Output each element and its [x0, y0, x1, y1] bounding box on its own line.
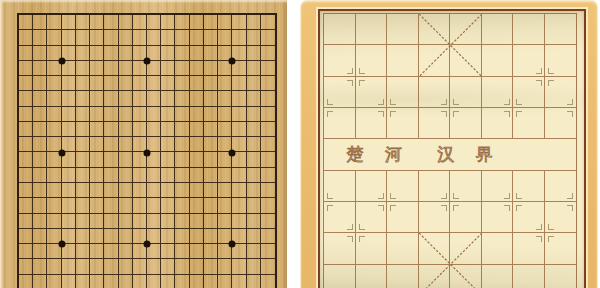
go-intersection-cell[interactable]	[62, 198, 76, 213]
go-intersection-cell[interactable]	[62, 183, 76, 198]
go-intersection-cell[interactable]	[161, 152, 175, 167]
go-intersection-cell[interactable]	[119, 152, 133, 167]
go-intersection-cell[interactable]	[247, 15, 261, 30]
go-intersection-cell[interactable]	[161, 137, 175, 152]
go-intersection-cell[interactable]	[175, 91, 189, 106]
xiangqi-cell[interactable]	[324, 265, 356, 288]
go-intersection-cell[interactable]	[133, 214, 147, 229]
go-intersection-cell[interactable]	[76, 214, 90, 229]
go-intersection-cell[interactable]	[261, 15, 275, 30]
go-intersection-cell[interactable]	[232, 259, 246, 274]
go-intersection-cell[interactable]	[204, 275, 218, 288]
go-intersection-cell[interactable]	[161, 15, 175, 30]
go-intersection-cell[interactable]	[247, 244, 261, 259]
go-intersection-cell[interactable]	[19, 275, 33, 288]
go-intersection-cell[interactable]	[190, 91, 204, 106]
go-intersection-cell[interactable]	[175, 46, 189, 61]
go-intersection-cell[interactable]	[147, 259, 161, 274]
go-intersection-cell[interactable]	[261, 229, 275, 244]
go-intersection-cell[interactable]	[175, 275, 189, 288]
go-intersection-cell[interactable]	[204, 46, 218, 61]
go-intersection-cell[interactable]	[62, 91, 76, 106]
go-intersection-cell[interactable]	[119, 76, 133, 91]
xiangqi-cell[interactable]	[482, 45, 514, 76]
go-intersection-cell[interactable]	[190, 61, 204, 76]
go-intersection-cell[interactable]	[190, 275, 204, 288]
go-intersection-cell[interactable]	[232, 30, 246, 45]
go-intersection-cell[interactable]	[261, 91, 275, 106]
go-intersection-cell[interactable]	[76, 152, 90, 167]
go-intersection-cell[interactable]	[33, 76, 47, 91]
go-intersection-cell[interactable]	[33, 107, 47, 122]
xiangqi-cell[interactable]	[324, 14, 356, 45]
go-intersection-cell[interactable]	[19, 30, 33, 45]
go-intersection-cell[interactable]	[247, 214, 261, 229]
go-intersection-cell[interactable]	[90, 244, 104, 259]
go-intersection-cell[interactable]	[175, 259, 189, 274]
go-intersection-cell[interactable]	[147, 275, 161, 288]
go-intersection-cell[interactable]	[76, 244, 90, 259]
xiangqi-cell[interactable]	[387, 233, 419, 264]
go-intersection-cell[interactable]	[232, 183, 246, 198]
go-intersection-cell[interactable]	[76, 46, 90, 61]
go-intersection-cell[interactable]	[19, 107, 33, 122]
go-intersection-cell[interactable]	[204, 137, 218, 152]
go-intersection-cell[interactable]	[232, 168, 246, 183]
go-intersection-cell[interactable]	[218, 122, 232, 137]
go-intersection-cell[interactable]	[33, 15, 47, 30]
go-intersection-cell[interactable]	[90, 30, 104, 45]
go-intersection-cell[interactable]	[19, 137, 33, 152]
go-intersection-cell[interactable]	[161, 30, 175, 45]
go-intersection-cell[interactable]	[261, 244, 275, 259]
go-intersection-cell[interactable]	[190, 229, 204, 244]
go-intersection-cell[interactable]	[76, 76, 90, 91]
go-intersection-cell[interactable]	[190, 152, 204, 167]
go-intersection-cell[interactable]	[147, 168, 161, 183]
go-intersection-cell[interactable]	[175, 30, 189, 45]
xiangqi-board[interactable]: 楚 河 汉 界	[300, 0, 598, 288]
go-intersection-cell[interactable]	[90, 259, 104, 274]
go-intersection-cell[interactable]	[175, 122, 189, 137]
go-intersection-cell[interactable]	[218, 259, 232, 274]
go-intersection-cell[interactable]	[119, 198, 133, 213]
go-intersection-cell[interactable]	[62, 15, 76, 30]
go-intersection-cell[interactable]	[161, 46, 175, 61]
go-intersection-cell[interactable]	[62, 168, 76, 183]
go-intersection-cell[interactable]	[90, 152, 104, 167]
go-intersection-cell[interactable]	[104, 30, 118, 45]
go-intersection-cell[interactable]	[261, 122, 275, 137]
go-intersection-cell[interactable]	[133, 259, 147, 274]
go-intersection-cell[interactable]	[190, 107, 204, 122]
go-intersection-cell[interactable]	[147, 30, 161, 45]
go-intersection-cell[interactable]	[62, 30, 76, 45]
go-intersection-cell[interactable]	[119, 46, 133, 61]
go-intersection-cell[interactable]	[261, 61, 275, 76]
go-intersection-cell[interactable]	[133, 168, 147, 183]
xiangqi-grid[interactable]: 楚 河 汉 界	[323, 13, 577, 288]
go-intersection-cell[interactable]	[232, 15, 246, 30]
xiangqi-cell[interactable]	[482, 14, 514, 45]
go-intersection-cell[interactable]	[190, 168, 204, 183]
go-intersection-cell[interactable]	[90, 137, 104, 152]
xiangqi-cell[interactable]	[482, 233, 514, 264]
go-intersection-cell[interactable]	[90, 46, 104, 61]
go-intersection-cell[interactable]	[147, 183, 161, 198]
go-intersection-cell[interactable]	[161, 61, 175, 76]
go-intersection-cell[interactable]	[161, 168, 175, 183]
go-intersection-cell[interactable]	[204, 30, 218, 45]
go-intersection-cell[interactable]	[204, 107, 218, 122]
go-intersection-cell[interactable]	[232, 275, 246, 288]
go-intersection-cell[interactable]	[161, 122, 175, 137]
go-intersection-cell[interactable]	[261, 152, 275, 167]
go-intersection-cell[interactable]	[119, 107, 133, 122]
go-intersection-cell[interactable]	[175, 137, 189, 152]
go-intersection-cell[interactable]	[247, 183, 261, 198]
go-intersection-cell[interactable]	[190, 46, 204, 61]
go-intersection-cell[interactable]	[47, 183, 61, 198]
go-intersection-cell[interactable]	[175, 15, 189, 30]
go-intersection-cell[interactable]	[119, 214, 133, 229]
go-intersection-cell[interactable]	[119, 259, 133, 274]
go-intersection-cell[interactable]	[161, 198, 175, 213]
go-intersection-cell[interactable]	[204, 76, 218, 91]
go-intersection-cell[interactable]	[19, 198, 33, 213]
go-intersection-cell[interactable]	[104, 91, 118, 106]
go-intersection-cell[interactable]	[190, 76, 204, 91]
go-intersection-cell[interactable]	[33, 61, 47, 76]
go-intersection-cell[interactable]	[232, 122, 246, 137]
go-intersection-cell[interactable]	[47, 91, 61, 106]
go-intersection-cell[interactable]	[119, 183, 133, 198]
go-intersection-cell[interactable]	[190, 214, 204, 229]
go-intersection-cell[interactable]	[247, 198, 261, 213]
go-intersection-cell[interactable]	[76, 30, 90, 45]
go-intersection-cell[interactable]	[47, 275, 61, 288]
go-intersection-cell[interactable]	[204, 229, 218, 244]
go-intersection-cell[interactable]	[47, 15, 61, 30]
xiangqi-cell[interactable]	[482, 265, 514, 288]
go-intersection-cell[interactable]	[104, 168, 118, 183]
go-intersection-cell[interactable]	[19, 229, 33, 244]
go-intersection-cell[interactable]	[261, 198, 275, 213]
go-intersection-cell[interactable]	[218, 183, 232, 198]
go-intersection-cell[interactable]	[161, 76, 175, 91]
go-intersection-cell[interactable]	[133, 15, 147, 30]
go-intersection-cell[interactable]	[119, 275, 133, 288]
go-intersection-cell[interactable]	[175, 76, 189, 91]
go-intersection-cell[interactable]	[247, 91, 261, 106]
go-intersection-cell[interactable]	[190, 259, 204, 274]
go-intersection-cell[interactable]	[90, 107, 104, 122]
go-intersection-cell[interactable]	[232, 76, 246, 91]
go-board[interactable]	[0, 0, 287, 288]
go-intersection-cell[interactable]	[33, 168, 47, 183]
go-intersection-cell[interactable]	[161, 229, 175, 244]
go-intersection-cell[interactable]	[119, 168, 133, 183]
go-intersection-cell[interactable]	[76, 91, 90, 106]
go-intersection-cell[interactable]	[90, 61, 104, 76]
go-intersection-cell[interactable]	[33, 229, 47, 244]
xiangqi-cell[interactable]	[513, 265, 545, 288]
go-intersection-cell[interactable]	[104, 214, 118, 229]
go-intersection-cell[interactable]	[90, 168, 104, 183]
go-intersection-cell[interactable]	[204, 61, 218, 76]
go-intersection-cell[interactable]	[261, 183, 275, 198]
go-intersection-cell[interactable]	[104, 244, 118, 259]
go-intersection-cell[interactable]	[247, 152, 261, 167]
go-intersection-cell[interactable]	[232, 214, 246, 229]
go-intersection-cell[interactable]	[33, 122, 47, 137]
go-intersection-cell[interactable]	[90, 15, 104, 30]
go-intersection-cell[interactable]	[76, 107, 90, 122]
go-intersection-cell[interactable]	[232, 91, 246, 106]
go-intersection-cell[interactable]	[247, 61, 261, 76]
go-intersection-cell[interactable]	[104, 15, 118, 30]
go-intersection-cell[interactable]	[261, 275, 275, 288]
go-intersection-cell[interactable]	[33, 30, 47, 45]
go-intersection-cell[interactable]	[261, 168, 275, 183]
go-intersection-cell[interactable]	[261, 76, 275, 91]
go-intersection-cell[interactable]	[175, 183, 189, 198]
go-intersection-cell[interactable]	[247, 137, 261, 152]
go-intersection-cell[interactable]	[119, 15, 133, 30]
go-intersection-cell[interactable]	[90, 183, 104, 198]
xiangqi-cell[interactable]	[356, 265, 388, 288]
go-intersection-cell[interactable]	[204, 122, 218, 137]
go-intersection-cell[interactable]	[119, 61, 133, 76]
go-intersection-cell[interactable]	[62, 76, 76, 91]
go-intersection-cell[interactable]	[204, 152, 218, 167]
go-intersection-cell[interactable]	[175, 107, 189, 122]
go-intersection-cell[interactable]	[161, 259, 175, 274]
go-intersection-cell[interactable]	[175, 244, 189, 259]
go-intersection-cell[interactable]	[19, 259, 33, 274]
go-intersection-cell[interactable]	[204, 168, 218, 183]
go-intersection-cell[interactable]	[190, 30, 204, 45]
go-intersection-cell[interactable]	[218, 15, 232, 30]
xiangqi-cell[interactable]	[513, 14, 545, 45]
go-intersection-cell[interactable]	[119, 244, 133, 259]
go-intersection-cell[interactable]	[76, 15, 90, 30]
go-intersection-cell[interactable]	[204, 259, 218, 274]
go-intersection-cell[interactable]	[62, 275, 76, 288]
go-intersection-cell[interactable]	[161, 214, 175, 229]
go-intersection-cell[interactable]	[133, 107, 147, 122]
go-intersection-cell[interactable]	[247, 107, 261, 122]
go-intersection-cell[interactable]	[47, 30, 61, 45]
go-intersection-cell[interactable]	[119, 91, 133, 106]
go-intersection-cell[interactable]	[119, 137, 133, 152]
go-intersection-cell[interactable]	[62, 122, 76, 137]
go-intersection-cell[interactable]	[47, 214, 61, 229]
go-intersection-cell[interactable]	[33, 46, 47, 61]
go-intersection-cell[interactable]	[104, 107, 118, 122]
go-intersection-cell[interactable]	[261, 137, 275, 152]
go-intersection-cell[interactable]	[19, 183, 33, 198]
go-intersection-cell[interactable]	[47, 198, 61, 213]
go-intersection-cell[interactable]	[147, 91, 161, 106]
go-intersection-cell[interactable]	[247, 76, 261, 91]
go-intersection-cell[interactable]	[19, 122, 33, 137]
go-intersection-cell[interactable]	[218, 76, 232, 91]
go-intersection-cell[interactable]	[261, 30, 275, 45]
xiangqi-cell[interactable]	[387, 14, 419, 45]
go-intersection-cell[interactable]	[218, 275, 232, 288]
go-intersection-cell[interactable]	[62, 259, 76, 274]
go-intersection-cell[interactable]	[76, 168, 90, 183]
go-intersection-cell[interactable]	[175, 198, 189, 213]
go-intersection-cell[interactable]	[218, 198, 232, 213]
go-intersection-cell[interactable]	[190, 137, 204, 152]
go-intersection-cell[interactable]	[133, 122, 147, 137]
go-intersection-cell[interactable]	[147, 214, 161, 229]
go-intersection-cell[interactable]	[147, 15, 161, 30]
go-intersection-cell[interactable]	[33, 198, 47, 213]
go-intersection-cell[interactable]	[76, 183, 90, 198]
go-intersection-cell[interactable]	[47, 168, 61, 183]
go-grid[interactable]	[17, 13, 277, 288]
go-intersection-cell[interactable]	[175, 229, 189, 244]
go-intersection-cell[interactable]	[33, 259, 47, 274]
go-intersection-cell[interactable]	[104, 275, 118, 288]
go-intersection-cell[interactable]	[104, 46, 118, 61]
go-intersection-cell[interactable]	[133, 275, 147, 288]
go-intersection-cell[interactable]	[119, 30, 133, 45]
go-intersection-cell[interactable]	[104, 259, 118, 274]
go-intersection-cell[interactable]	[19, 244, 33, 259]
go-intersection-cell[interactable]	[133, 91, 147, 106]
go-intersection-cell[interactable]	[247, 168, 261, 183]
go-intersection-cell[interactable]	[190, 15, 204, 30]
go-intersection-cell[interactable]	[76, 61, 90, 76]
xiangqi-cell[interactable]	[356, 14, 388, 45]
go-intersection-cell[interactable]	[62, 107, 76, 122]
go-intersection-cell[interactable]	[232, 198, 246, 213]
go-intersection-cell[interactable]	[76, 259, 90, 274]
go-intersection-cell[interactable]	[261, 107, 275, 122]
go-intersection-cell[interactable]	[175, 168, 189, 183]
go-intersection-cell[interactable]	[204, 244, 218, 259]
go-intersection-cell[interactable]	[247, 229, 261, 244]
go-intersection-cell[interactable]	[218, 91, 232, 106]
go-intersection-cell[interactable]	[190, 183, 204, 198]
go-intersection-cell[interactable]	[161, 91, 175, 106]
go-intersection-cell[interactable]	[19, 15, 33, 30]
go-intersection-cell[interactable]	[261, 259, 275, 274]
go-intersection-cell[interactable]	[62, 214, 76, 229]
go-intersection-cell[interactable]	[218, 30, 232, 45]
go-intersection-cell[interactable]	[247, 46, 261, 61]
go-intersection-cell[interactable]	[204, 198, 218, 213]
go-intersection-cell[interactable]	[204, 183, 218, 198]
go-intersection-cell[interactable]	[76, 229, 90, 244]
go-intersection-cell[interactable]	[76, 122, 90, 137]
go-intersection-cell[interactable]	[175, 152, 189, 167]
go-intersection-cell[interactable]	[218, 107, 232, 122]
go-intersection-cell[interactable]	[19, 152, 33, 167]
go-intersection-cell[interactable]	[190, 122, 204, 137]
go-intersection-cell[interactable]	[147, 122, 161, 137]
go-intersection-cell[interactable]	[133, 30, 147, 45]
go-intersection-cell[interactable]	[76, 198, 90, 213]
go-intersection-cell[interactable]	[119, 229, 133, 244]
go-intersection-cell[interactable]	[261, 214, 275, 229]
go-intersection-cell[interactable]	[247, 122, 261, 137]
go-intersection-cell[interactable]	[47, 259, 61, 274]
go-intersection-cell[interactable]	[33, 275, 47, 288]
go-intersection-cell[interactable]	[175, 61, 189, 76]
go-intersection-cell[interactable]	[33, 183, 47, 198]
go-intersection-cell[interactable]	[204, 214, 218, 229]
xiangqi-cell[interactable]	[387, 45, 419, 76]
go-intersection-cell[interactable]	[19, 46, 33, 61]
xiangqi-cell[interactable]	[545, 265, 577, 288]
go-intersection-cell[interactable]	[33, 244, 47, 259]
go-intersection-cell[interactable]	[232, 107, 246, 122]
go-intersection-cell[interactable]	[247, 259, 261, 274]
go-intersection-cell[interactable]	[190, 198, 204, 213]
go-intersection-cell[interactable]	[247, 30, 261, 45]
go-intersection-cell[interactable]	[90, 229, 104, 244]
go-intersection-cell[interactable]	[19, 214, 33, 229]
go-intersection-cell[interactable]	[19, 168, 33, 183]
go-intersection-cell[interactable]	[19, 91, 33, 106]
go-intersection-cell[interactable]	[47, 76, 61, 91]
go-intersection-cell[interactable]	[90, 122, 104, 137]
go-intersection-cell[interactable]	[19, 61, 33, 76]
go-intersection-cell[interactable]	[133, 183, 147, 198]
go-intersection-cell[interactable]	[161, 107, 175, 122]
go-intersection-cell[interactable]	[161, 275, 175, 288]
go-intersection-cell[interactable]	[190, 244, 204, 259]
go-intersection-cell[interactable]	[90, 76, 104, 91]
go-intersection-cell[interactable]	[218, 168, 232, 183]
go-intersection-cell[interactable]	[133, 76, 147, 91]
go-intersection-cell[interactable]	[33, 214, 47, 229]
go-intersection-cell[interactable]	[33, 152, 47, 167]
go-intersection-cell[interactable]	[147, 198, 161, 213]
go-intersection-cell[interactable]	[33, 91, 47, 106]
go-intersection-cell[interactable]	[104, 229, 118, 244]
go-intersection-cell[interactable]	[175, 214, 189, 229]
go-intersection-cell[interactable]	[147, 76, 161, 91]
go-intersection-cell[interactable]	[161, 244, 175, 259]
go-intersection-cell[interactable]	[261, 46, 275, 61]
go-intersection-cell[interactable]	[104, 61, 118, 76]
go-intersection-cell[interactable]	[90, 91, 104, 106]
go-intersection-cell[interactable]	[104, 183, 118, 198]
go-intersection-cell[interactable]	[104, 122, 118, 137]
go-intersection-cell[interactable]	[90, 198, 104, 213]
go-intersection-cell[interactable]	[47, 122, 61, 137]
go-intersection-cell[interactable]	[104, 152, 118, 167]
go-intersection-cell[interactable]	[76, 275, 90, 288]
go-intersection-cell[interactable]	[33, 137, 47, 152]
go-intersection-cell[interactable]	[204, 91, 218, 106]
go-intersection-cell[interactable]	[104, 137, 118, 152]
go-intersection-cell[interactable]	[104, 76, 118, 91]
go-intersection-cell[interactable]	[204, 15, 218, 30]
go-intersection-cell[interactable]	[104, 198, 118, 213]
xiangqi-cell[interactable]	[545, 14, 577, 45]
go-intersection-cell[interactable]	[218, 214, 232, 229]
go-intersection-cell[interactable]	[161, 183, 175, 198]
go-intersection-cell[interactable]	[76, 137, 90, 152]
go-intersection-cell[interactable]	[47, 107, 61, 122]
